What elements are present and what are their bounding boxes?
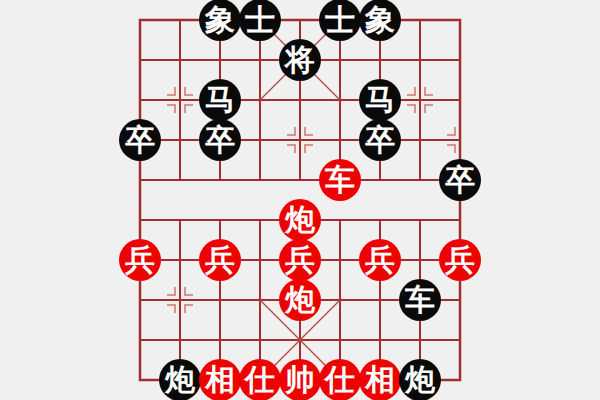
point-marker bbox=[185, 87, 193, 95]
point-marker bbox=[185, 287, 193, 295]
point-marker bbox=[185, 105, 193, 113]
piece-red-pawn[interactable]: 兵 bbox=[439, 239, 481, 281]
piece-black-elephant[interactable]: 象 bbox=[359, 0, 401, 41]
point-marker bbox=[287, 127, 295, 135]
piece-red-cannon[interactable]: 炮 bbox=[279, 199, 321, 241]
piece-black-horse[interactable]: 马 bbox=[199, 79, 241, 121]
point-marker bbox=[185, 305, 193, 313]
piece-red-advisor[interactable]: 仕 bbox=[239, 359, 281, 400]
point-marker bbox=[167, 87, 175, 95]
piece-black-advisor[interactable]: 士 bbox=[239, 0, 281, 41]
piece-red-pawn[interactable]: 兵 bbox=[279, 239, 321, 281]
point-marker bbox=[305, 145, 313, 153]
point-marker bbox=[167, 105, 175, 113]
piece-black-pawn[interactable]: 卒 bbox=[199, 119, 241, 161]
piece-black-cannon[interactable]: 炮 bbox=[159, 359, 201, 400]
piece-black-general[interactable]: 将 bbox=[279, 39, 321, 81]
piece-red-pawn[interactable]: 兵 bbox=[359, 239, 401, 281]
piece-red-general[interactable]: 帅 bbox=[279, 359, 321, 400]
point-marker bbox=[407, 87, 415, 95]
piece-black-advisor[interactable]: 士 bbox=[319, 0, 361, 41]
piece-red-pawn[interactable]: 兵 bbox=[119, 239, 161, 281]
xiangqi-app: 象士士象将马马卒卒卒车卒炮兵兵兵兵兵炮车炮相仕帅仕相炮 bbox=[0, 0, 600, 400]
point-marker bbox=[447, 145, 455, 153]
piece-black-pawn[interactable]: 卒 bbox=[119, 119, 161, 161]
point-marker bbox=[425, 105, 433, 113]
piece-black-chariot[interactable]: 车 bbox=[399, 279, 441, 321]
point-marker bbox=[287, 145, 295, 153]
piece-black-elephant[interactable]: 象 bbox=[199, 0, 241, 41]
point-marker bbox=[167, 287, 175, 295]
point-marker bbox=[305, 127, 313, 135]
piece-black-pawn[interactable]: 卒 bbox=[359, 119, 401, 161]
piece-red-elephant[interactable]: 相 bbox=[359, 359, 401, 400]
piece-red-advisor[interactable]: 仕 bbox=[319, 359, 361, 400]
point-marker bbox=[407, 105, 415, 113]
piece-black-cannon[interactable]: 炮 bbox=[399, 359, 441, 400]
piece-black-pawn[interactable]: 卒 bbox=[439, 159, 481, 201]
point-marker bbox=[167, 305, 175, 313]
piece-red-pawn[interactable]: 兵 bbox=[199, 239, 241, 281]
piece-red-cannon[interactable]: 炮 bbox=[279, 279, 321, 321]
point-marker bbox=[425, 87, 433, 95]
piece-black-horse[interactable]: 马 bbox=[359, 79, 401, 121]
piece-red-elephant[interactable]: 相 bbox=[199, 359, 241, 400]
piece-red-chariot[interactable]: 车 bbox=[319, 159, 361, 201]
point-marker bbox=[447, 127, 455, 135]
